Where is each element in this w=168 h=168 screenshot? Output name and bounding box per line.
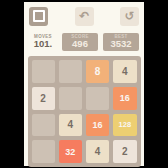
tile-2: 2 — [32, 87, 55, 110]
undo-icon: ↶ — [79, 10, 89, 22]
moves-value: 101. — [34, 39, 53, 49]
game-board[interactable]: 842164161283242 — [28, 56, 141, 167]
stop-square-icon — [33, 10, 45, 22]
tile-16: 16 — [86, 114, 109, 137]
score-box: SCORE 496 — [62, 33, 98, 51]
tile-128: 128 — [113, 114, 136, 137]
cell-empty — [86, 87, 109, 110]
tile-32: 32 — [59, 140, 82, 163]
cell-empty — [59, 87, 82, 110]
tile-16: 16 — [113, 87, 136, 110]
cell-empty — [32, 60, 55, 83]
tile-4: 4 — [113, 60, 136, 83]
cell-empty — [59, 60, 82, 83]
tile-4: 4 — [86, 140, 109, 163]
tile-4: 4 — [59, 114, 82, 137]
tile-2: 2 — [113, 140, 136, 163]
score-value: 496 — [72, 39, 88, 49]
undo-button[interactable]: ↶ — [75, 7, 94, 26]
stats-row: MOVES 101. SCORE 496 BEST 3532 — [29, 33, 139, 51]
best-value: 3532 — [110, 39, 131, 49]
cell-empty — [32, 114, 55, 137]
app-window: ↶ ↺ MOVES 101. SCORE 496 BEST 3532 84216… — [24, 2, 144, 166]
restart-icon: ↺ — [124, 10, 134, 22]
restart-button[interactable]: ↺ — [120, 7, 139, 26]
toolbar: ↶ ↺ — [24, 2, 144, 26]
moves-counter: MOVES 101. — [29, 33, 57, 51]
best-box: BEST 3532 — [103, 33, 139, 51]
tile-8: 8 — [86, 60, 109, 83]
menu-button[interactable] — [29, 7, 48, 26]
cell-empty — [32, 140, 55, 163]
